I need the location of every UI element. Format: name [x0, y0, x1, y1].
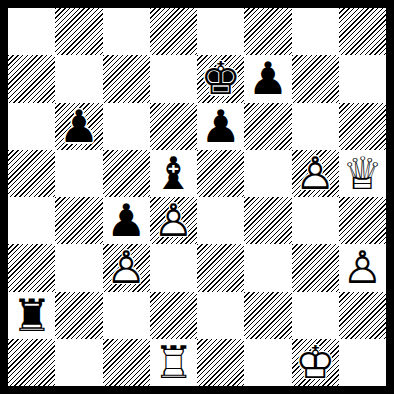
square-g7[interactable] [292, 55, 339, 102]
square-h2[interactable] [339, 292, 386, 339]
white-pawn: ♟♙ [103, 244, 150, 291]
square-f6[interactable] [244, 103, 291, 150]
square-b8[interactable] [55, 8, 102, 55]
white-pawn: ♟♙ [339, 244, 386, 291]
square-a8[interactable] [8, 8, 55, 55]
square-a2[interactable]: ♜ [8, 292, 55, 339]
white-piece-outline-layer: ♙ [150, 197, 197, 244]
square-g1[interactable]: ♚♔ [292, 339, 339, 386]
square-c3[interactable]: ♟♙ [103, 244, 150, 291]
square-f5[interactable] [244, 150, 291, 197]
square-c8[interactable] [103, 8, 150, 55]
square-h6[interactable] [339, 103, 386, 150]
white-rook: ♜♖ [150, 339, 197, 386]
square-a6[interactable] [8, 103, 55, 150]
square-a1[interactable] [8, 339, 55, 386]
square-b4[interactable] [55, 197, 102, 244]
black-rook: ♜ [8, 292, 55, 339]
white-pawn: ♟♙ [292, 150, 339, 197]
white-piece-outline-layer: ♖ [150, 339, 197, 386]
square-g6[interactable] [292, 103, 339, 150]
white-piece-outline-layer: ♙ [339, 244, 386, 291]
black-king: ♚ [197, 55, 244, 102]
square-b6[interactable]: ♟ [55, 103, 102, 150]
square-g5[interactable]: ♟♙ [292, 150, 339, 197]
square-f3[interactable] [244, 244, 291, 291]
white-king: ♚♔ [292, 339, 339, 386]
square-h1[interactable] [339, 339, 386, 386]
square-d3[interactable] [150, 244, 197, 291]
square-c7[interactable] [103, 55, 150, 102]
square-f7[interactable]: ♟ [244, 55, 291, 102]
square-e5[interactable] [197, 150, 244, 197]
black-pawn: ♟ [244, 55, 291, 102]
square-a4[interactable] [8, 197, 55, 244]
square-g8[interactable] [292, 8, 339, 55]
chess-board: ♚♟♟♟♝♟♙♛♕♟♟♙♟♙♟♙♜♜♖♚♔ [8, 8, 386, 386]
square-e7[interactable]: ♚ [197, 55, 244, 102]
square-b2[interactable] [55, 292, 102, 339]
square-d5[interactable]: ♝ [150, 150, 197, 197]
square-h8[interactable] [339, 8, 386, 55]
black-pawn: ♟ [103, 197, 150, 244]
square-d7[interactable] [150, 55, 197, 102]
square-b5[interactable] [55, 150, 102, 197]
square-f8[interactable] [244, 8, 291, 55]
white-piece-outline-layer: ♙ [292, 150, 339, 197]
square-c2[interactable] [103, 292, 150, 339]
square-h4[interactable] [339, 197, 386, 244]
square-g2[interactable] [292, 292, 339, 339]
square-g3[interactable] [292, 244, 339, 291]
square-b1[interactable] [55, 339, 102, 386]
black-pawn: ♟ [197, 103, 244, 150]
square-c6[interactable] [103, 103, 150, 150]
square-e6[interactable]: ♟ [197, 103, 244, 150]
square-c4[interactable]: ♟ [103, 197, 150, 244]
square-b3[interactable] [55, 244, 102, 291]
black-bishop: ♝ [150, 150, 197, 197]
white-piece-outline-layer: ♙ [103, 244, 150, 291]
black-pawn: ♟ [55, 103, 102, 150]
square-h7[interactable] [339, 55, 386, 102]
square-a3[interactable] [8, 244, 55, 291]
square-e8[interactable] [197, 8, 244, 55]
square-c1[interactable] [103, 339, 150, 386]
square-f1[interactable] [244, 339, 291, 386]
chess-diagram-frame: ♚♟♟♟♝♟♙♛♕♟♟♙♟♙♟♙♜♜♖♚♔ [0, 0, 394, 394]
square-e4[interactable] [197, 197, 244, 244]
square-d8[interactable] [150, 8, 197, 55]
square-h5[interactable]: ♛♕ [339, 150, 386, 197]
square-d1[interactable]: ♜♖ [150, 339, 197, 386]
square-d2[interactable] [150, 292, 197, 339]
square-d6[interactable] [150, 103, 197, 150]
square-h3[interactable]: ♟♙ [339, 244, 386, 291]
white-piece-outline-layer: ♕ [339, 150, 386, 197]
square-g4[interactable] [292, 197, 339, 244]
square-e3[interactable] [197, 244, 244, 291]
square-a7[interactable] [8, 55, 55, 102]
white-pawn: ♟♙ [150, 197, 197, 244]
square-e2[interactable] [197, 292, 244, 339]
square-c5[interactable] [103, 150, 150, 197]
white-queen: ♛♕ [339, 150, 386, 197]
white-piece-outline-layer: ♔ [292, 339, 339, 386]
square-f4[interactable] [244, 197, 291, 244]
square-b7[interactable] [55, 55, 102, 102]
square-e1[interactable] [197, 339, 244, 386]
square-d4[interactable]: ♟♙ [150, 197, 197, 244]
square-a5[interactable] [8, 150, 55, 197]
square-f2[interactable] [244, 292, 291, 339]
